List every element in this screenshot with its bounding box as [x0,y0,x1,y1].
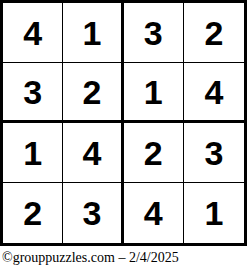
cell-r3c1: 1 [3,123,63,183]
cell-r3c4: 3 [184,123,244,183]
cell-r3c3: 2 [124,123,184,183]
cell-r4c2: 3 [63,183,123,243]
sudoku-board: 4 1 3 2 3 2 1 4 1 4 2 3 2 3 4 1 [0,0,247,246]
cell-r2c3: 1 [124,63,184,123]
cell-r1c2: 1 [63,3,123,63]
sudoku-page: 4 1 3 2 3 2 1 4 1 4 2 3 2 3 4 1 ©grouppu… [0,0,247,269]
cell-r2c4: 4 [184,63,244,123]
cell-r4c3: 4 [124,183,184,243]
cell-r1c1: 4 [3,3,63,63]
copyright-credit: ©grouppuzzles.com – 2/4/2025 [0,246,247,269]
cell-r3c2: 4 [63,123,123,183]
cell-r1c3: 3 [124,3,184,63]
cell-r1c4: 2 [184,3,244,63]
cell-r2c2: 2 [63,63,123,123]
cell-r2c1: 3 [3,63,63,123]
cell-r4c4: 1 [184,183,244,243]
cell-r4c1: 2 [3,183,63,243]
